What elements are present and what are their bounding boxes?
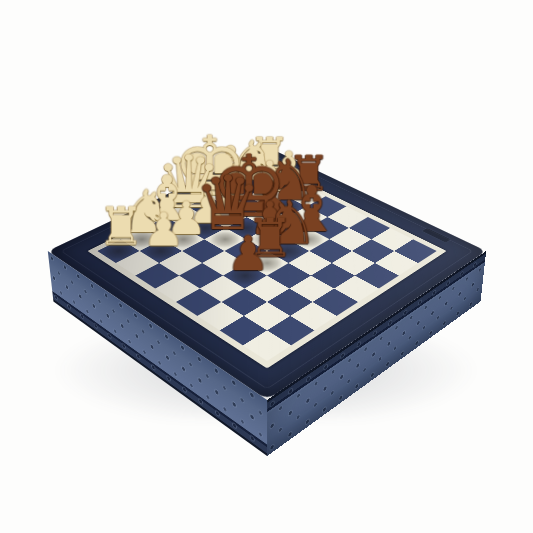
product-photo-canvas: ♜♞♝♛♚♝♞♜♟♟♟♟♟♟♛♚♟♞♜♟♟♜♞♝: [0, 0, 533, 533]
white-rook-h1: ♜: [215, 131, 322, 178]
chess-box: ♜♞♝♛♚♝♞♜♟♟♟♟♟♟♛♚♟♞♜♟♟♜♞♝: [47, 146, 485, 399]
embossed-brand-stamp: [422, 228, 450, 242]
square-d4: [224, 239, 266, 263]
scene: ♜♞♝♛♚♝♞♜♟♟♟♟♟♟♛♚♟♞♜♟♟♜♞♝: [0, 0, 533, 533]
square-a2: [115, 251, 158, 276]
box-lid-top: ♜♞♝♛♚♝♞♜♟♟♟♟♟♟♛♚♟♞♜♟♟♜♞♝: [47, 146, 485, 399]
